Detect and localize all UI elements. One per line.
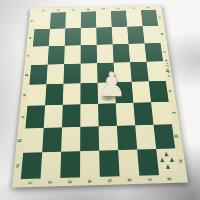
square-d6[interactable] (81, 45, 97, 64)
emblem-pawn-icon: ♟ (165, 164, 172, 170)
square-e8[interactable] (96, 11, 112, 28)
square-h8[interactable] (141, 10, 158, 27)
square-e6[interactable] (97, 44, 114, 63)
square-h2[interactable] (154, 124, 176, 149)
square-c6[interactable] (64, 45, 81, 64)
square-b2[interactable] (42, 127, 62, 152)
square-e2[interactable] (99, 126, 119, 151)
square-a3[interactable] (25, 105, 45, 128)
square-d8[interactable] (81, 11, 96, 28)
brand-text: CHESS (165, 62, 170, 78)
square-c2[interactable] (61, 127, 80, 152)
square-a1[interactable] (21, 152, 42, 179)
square-a5[interactable] (29, 65, 47, 85)
square-e7[interactable] (96, 27, 112, 45)
square-b5[interactable] (46, 64, 64, 84)
square-e1[interactable] (99, 150, 119, 177)
square-c7[interactable] (65, 28, 81, 46)
square-c3[interactable] (62, 104, 80, 127)
square-a6[interactable] (31, 46, 49, 65)
square-a8[interactable] (34, 13, 50, 30)
photo-scene: 12345678 12345678 abcdefgh abcdefgh ◆ CH… (0, 0, 200, 200)
square-b1[interactable] (41, 152, 62, 179)
square-b6[interactable] (48, 46, 65, 65)
square-h7[interactable] (143, 26, 161, 44)
white-pawn[interactable]: ♟ (97, 66, 120, 103)
square-h1[interactable]: ♟♟♟♟ (156, 148, 179, 175)
square-b4[interactable] (45, 84, 63, 106)
square-d2[interactable] (80, 126, 99, 151)
square-f1[interactable] (118, 150, 139, 177)
square-a4[interactable] (27, 84, 46, 106)
square-b7[interactable] (49, 28, 66, 46)
square-b8[interactable] (50, 12, 66, 29)
square-e3[interactable] (98, 103, 117, 126)
emblem-pawn-icon: ♟ (159, 157, 165, 163)
square-d7[interactable] (81, 28, 97, 46)
square-f6[interactable] (113, 44, 130, 63)
square-c8[interactable] (65, 12, 81, 29)
four-pawns-diamond-icon: ♟♟♟♟ (156, 148, 179, 175)
square-c5[interactable] (63, 64, 80, 84)
square-f2[interactable] (117, 125, 137, 150)
square-d5[interactable] (81, 63, 98, 83)
square-a2[interactable] (23, 128, 44, 153)
square-g8[interactable] (126, 10, 143, 27)
square-h3[interactable] (151, 102, 172, 125)
square-d1[interactable] (80, 151, 100, 178)
square-f3[interactable] (116, 103, 135, 126)
emblem-pawn-icon: ♟ (169, 157, 176, 163)
square-c1[interactable] (60, 151, 80, 178)
square-a7[interactable] (33, 29, 50, 47)
square-g7[interactable] (127, 26, 144, 44)
square-d4[interactable] (80, 83, 98, 105)
square-c4[interactable] (63, 83, 81, 105)
square-h6[interactable] (145, 43, 164, 62)
square-f8[interactable] (111, 11, 127, 28)
square-h4[interactable] (149, 81, 169, 102)
square-d3[interactable] (80, 104, 98, 127)
square-b3[interactable] (44, 105, 63, 128)
brand-mark: ◆ CHESS (163, 59, 172, 78)
square-f7[interactable] (112, 27, 129, 45)
